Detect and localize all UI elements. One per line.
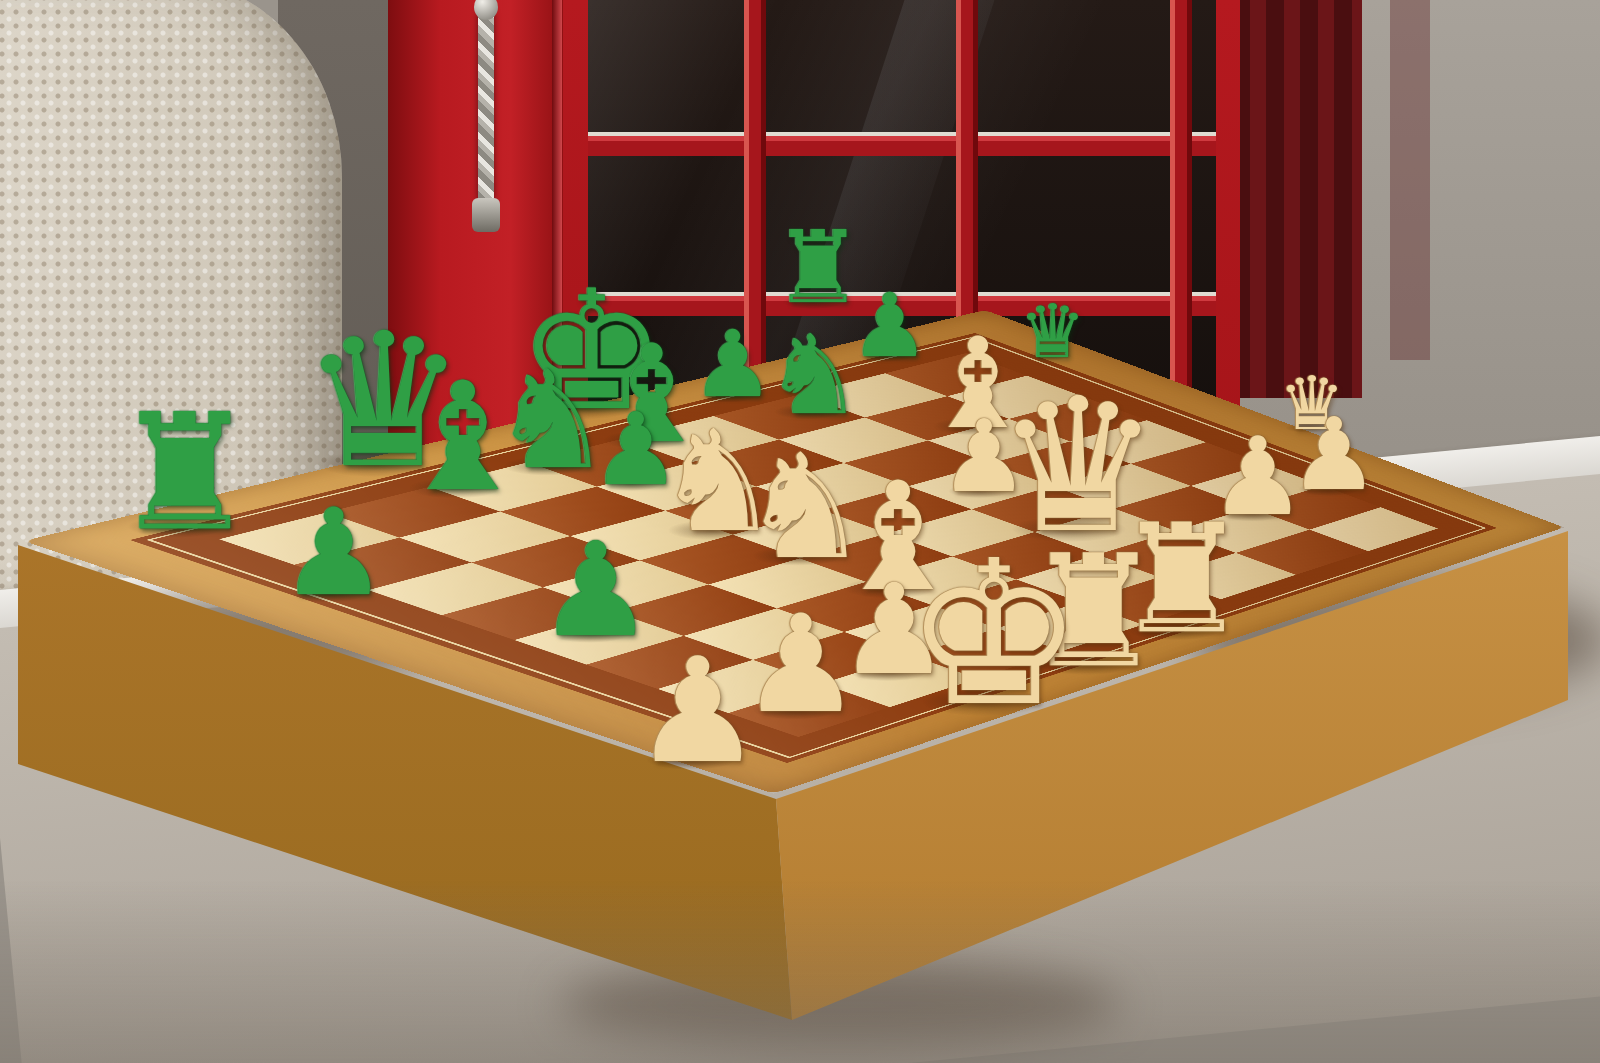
piece-green-pawn-a6: ♟ bbox=[280, 493, 388, 613]
foreground-vignette bbox=[0, 880, 1600, 1063]
piece-green-rook-a8: ♜ bbox=[113, 393, 256, 553]
piece-green-bishop-c7: ♝ bbox=[396, 362, 530, 512]
piece-white-pawn-a2: ♟ bbox=[633, 638, 763, 783]
piece-white-king-c1: ♚ bbox=[904, 534, 1083, 734]
piece-green-rook-g8: ♜ bbox=[773, 218, 863, 318]
photo-scene: ♜♟♟♚♞♝♝♛♞♟♝♟♟♟♜♛♞♞♝♟♜♟♜♟♚♟♟♛♛ bbox=[0, 0, 1600, 1063]
